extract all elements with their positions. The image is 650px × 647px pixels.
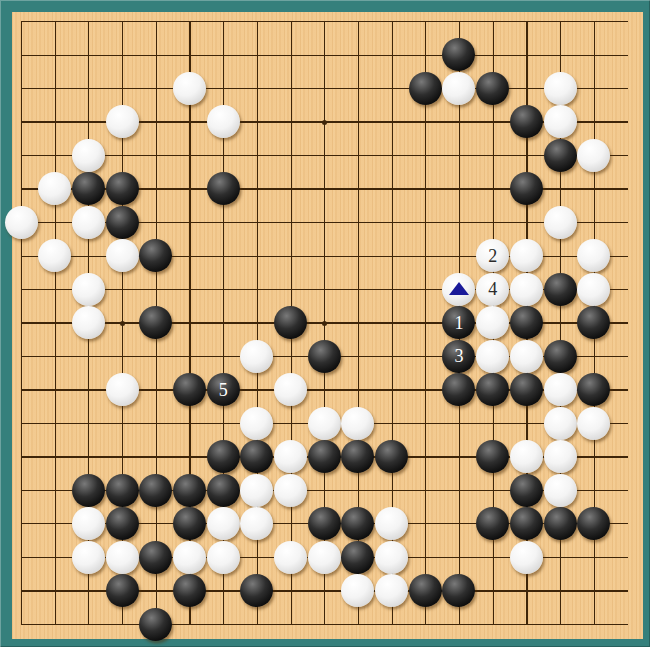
board-cell[interactable] <box>442 607 476 641</box>
board-cell[interactable] <box>543 172 577 206</box>
board-cell[interactable] <box>543 138 577 172</box>
board-cell[interactable] <box>105 607 139 641</box>
board-cell[interactable] <box>577 473 611 507</box>
board-cell[interactable] <box>38 239 72 273</box>
board-cell[interactable] <box>139 473 173 507</box>
board-cell[interactable] <box>375 306 409 340</box>
black-stone[interactable] <box>476 507 509 540</box>
board-cell[interactable] <box>442 105 476 139</box>
board-cell[interactable] <box>105 574 139 608</box>
board-cell[interactable] <box>509 4 543 38</box>
white-stone[interactable] <box>240 340 273 373</box>
board-cell[interactable] <box>206 205 240 239</box>
board-cell[interactable] <box>139 574 173 608</box>
board-cell[interactable] <box>72 473 106 507</box>
board-cell[interactable] <box>307 339 341 373</box>
board-cell[interactable] <box>509 306 543 340</box>
board-cell[interactable] <box>408 306 442 340</box>
board-cell[interactable] <box>476 406 510 440</box>
black-stone[interactable] <box>409 72 442 105</box>
board-cell[interactable] <box>577 71 611 105</box>
board-cell[interactable] <box>240 574 274 608</box>
board-cell[interactable] <box>577 138 611 172</box>
white-stone[interactable] <box>476 306 509 339</box>
white-stone[interactable] <box>375 541 408 574</box>
board-cell[interactable] <box>476 473 510 507</box>
board-cell[interactable] <box>375 473 409 507</box>
board-cell[interactable] <box>442 4 476 38</box>
board-cell[interactable] <box>509 373 543 407</box>
board-cell[interactable] <box>38 306 72 340</box>
white-stone[interactable] <box>106 541 139 574</box>
black-stone[interactable] <box>173 574 206 607</box>
board-cell[interactable] <box>442 272 476 306</box>
board-cell[interactable] <box>375 373 409 407</box>
board-cell[interactable] <box>611 607 645 641</box>
black-stone[interactable] <box>577 507 610 540</box>
board-cell[interactable] <box>509 574 543 608</box>
board-cell[interactable] <box>577 607 611 641</box>
board-cell[interactable] <box>206 574 240 608</box>
board-cell[interactable] <box>577 239 611 273</box>
black-stone[interactable] <box>274 306 307 339</box>
board-cell[interactable] <box>38 373 72 407</box>
board-cell[interactable] <box>274 105 308 139</box>
board-cell[interactable] <box>509 105 543 139</box>
board-cell[interactable] <box>173 574 207 608</box>
board-cell[interactable] <box>72 71 106 105</box>
board-cell[interactable] <box>4 306 38 340</box>
board-cell[interactable] <box>307 239 341 273</box>
white-stone[interactable] <box>207 507 240 540</box>
board-cell[interactable] <box>274 473 308 507</box>
board-cell[interactable] <box>611 306 645 340</box>
board-cell[interactable] <box>442 239 476 273</box>
board-cell[interactable] <box>240 205 274 239</box>
board-cell[interactable] <box>240 440 274 474</box>
board-cell[interactable]: 4 <box>476 272 510 306</box>
board-cell[interactable] <box>240 540 274 574</box>
white-stone[interactable] <box>173 72 206 105</box>
board-cell[interactable] <box>341 440 375 474</box>
board-cell[interactable] <box>240 306 274 340</box>
board-cell[interactable] <box>577 38 611 72</box>
white-stone[interactable] <box>274 373 307 406</box>
board-cell[interactable] <box>4 473 38 507</box>
board-cell[interactable] <box>307 440 341 474</box>
board-cell[interactable] <box>341 239 375 273</box>
board-cell[interactable] <box>274 373 308 407</box>
board-cell[interactable] <box>72 373 106 407</box>
board-cell[interactable] <box>139 239 173 273</box>
board-cell[interactable] <box>274 574 308 608</box>
white-stone[interactable] <box>72 139 105 172</box>
board-cell[interactable] <box>307 473 341 507</box>
board-cell[interactable] <box>408 507 442 541</box>
board-cell[interactable] <box>38 540 72 574</box>
board-cell[interactable] <box>611 373 645 407</box>
board-cell[interactable] <box>543 306 577 340</box>
board-cell[interactable] <box>375 440 409 474</box>
board-cell[interactable] <box>611 239 645 273</box>
black-stone[interactable] <box>476 373 509 406</box>
white-stone[interactable] <box>106 105 139 138</box>
board-cell[interactable] <box>139 272 173 306</box>
board-cell[interactable] <box>577 540 611 574</box>
white-stone[interactable] <box>577 407 610 440</box>
board-cell[interactable] <box>341 473 375 507</box>
board-cell[interactable] <box>509 339 543 373</box>
board-cell[interactable] <box>509 507 543 541</box>
board-cell[interactable] <box>375 205 409 239</box>
board-cell[interactable] <box>442 540 476 574</box>
board-cell[interactable] <box>72 172 106 206</box>
black-stone[interactable] <box>476 72 509 105</box>
board-cell[interactable] <box>375 339 409 373</box>
board-cell[interactable] <box>173 138 207 172</box>
board-cell[interactable] <box>509 172 543 206</box>
board-cell[interactable] <box>509 406 543 440</box>
board-cell[interactable] <box>408 406 442 440</box>
board-cell[interactable] <box>442 172 476 206</box>
black-stone[interactable] <box>442 574 475 607</box>
board-cell[interactable] <box>476 540 510 574</box>
board-cell[interactable] <box>274 38 308 72</box>
white-stone[interactable] <box>442 273 475 306</box>
board-cell[interactable] <box>577 507 611 541</box>
board-cell[interactable] <box>72 607 106 641</box>
board-cell[interactable] <box>577 172 611 206</box>
white-stone[interactable] <box>577 273 610 306</box>
board-cell[interactable] <box>509 71 543 105</box>
board-cell[interactable] <box>206 172 240 206</box>
board-cell[interactable] <box>105 473 139 507</box>
white-stone[interactable] <box>72 507 105 540</box>
white-stone[interactable] <box>72 273 105 306</box>
white-stone[interactable] <box>577 139 610 172</box>
black-stone[interactable] <box>139 474 172 507</box>
board-cell[interactable] <box>274 607 308 641</box>
board-cell[interactable] <box>341 306 375 340</box>
white-stone[interactable] <box>308 407 341 440</box>
white-stone[interactable] <box>38 239 71 272</box>
board-cell[interactable] <box>4 71 38 105</box>
board-cell[interactable] <box>543 105 577 139</box>
board-cell[interactable] <box>509 138 543 172</box>
board-cell[interactable] <box>611 540 645 574</box>
board-cell[interactable] <box>274 4 308 38</box>
board-cell[interactable] <box>105 105 139 139</box>
white-stone[interactable] <box>577 239 610 272</box>
board-cell[interactable] <box>408 540 442 574</box>
board-cell[interactable] <box>105 373 139 407</box>
board-cell[interactable] <box>173 71 207 105</box>
board-cell[interactable] <box>611 105 645 139</box>
board-cell[interactable] <box>38 138 72 172</box>
white-stone[interactable]: 2 <box>476 239 509 272</box>
board-cell[interactable] <box>375 105 409 139</box>
board-cell[interactable] <box>173 105 207 139</box>
board-cell[interactable] <box>442 406 476 440</box>
white-stone[interactable] <box>38 172 71 205</box>
black-stone[interactable] <box>139 608 172 641</box>
board-cell[interactable] <box>408 172 442 206</box>
board-cell[interactable] <box>408 138 442 172</box>
board-cell[interactable] <box>240 272 274 306</box>
board-cell[interactable] <box>173 272 207 306</box>
white-stone[interactable] <box>274 474 307 507</box>
board-cell[interactable] <box>307 38 341 72</box>
board-cell[interactable] <box>274 507 308 541</box>
board-cell[interactable] <box>307 607 341 641</box>
board-cell[interactable] <box>577 440 611 474</box>
board-cell[interactable] <box>476 4 510 38</box>
board-cell[interactable] <box>72 574 106 608</box>
board-cell[interactable] <box>206 105 240 139</box>
board-cell[interactable] <box>72 138 106 172</box>
black-stone[interactable] <box>308 507 341 540</box>
board-cell[interactable] <box>206 4 240 38</box>
board-cell[interactable] <box>543 440 577 474</box>
board-cell[interactable] <box>509 205 543 239</box>
board-cell[interactable] <box>307 507 341 541</box>
board-cell[interactable] <box>375 272 409 306</box>
board-cell[interactable] <box>105 38 139 72</box>
board-cell[interactable] <box>476 71 510 105</box>
board-cell[interactable] <box>442 71 476 105</box>
board-cell[interactable] <box>408 38 442 72</box>
board-cell[interactable] <box>38 406 72 440</box>
board-cell[interactable] <box>543 4 577 38</box>
board-cell[interactable] <box>139 440 173 474</box>
white-stone[interactable] <box>274 440 307 473</box>
black-stone[interactable] <box>106 172 139 205</box>
board-cell[interactable] <box>476 138 510 172</box>
board-cell[interactable] <box>274 205 308 239</box>
board-cell[interactable] <box>274 406 308 440</box>
board-cell[interactable] <box>611 38 645 72</box>
board-cell[interactable] <box>543 239 577 273</box>
board-cell[interactable] <box>72 540 106 574</box>
white-stone[interactable] <box>375 574 408 607</box>
white-stone[interactable] <box>207 105 240 138</box>
board-cell[interactable] <box>509 239 543 273</box>
board-cell[interactable] <box>4 239 38 273</box>
board-cell[interactable] <box>240 607 274 641</box>
board-cell[interactable] <box>139 4 173 38</box>
board-cell[interactable] <box>206 306 240 340</box>
board-cell[interactable] <box>375 138 409 172</box>
board-cell[interactable] <box>408 339 442 373</box>
white-stone[interactable] <box>274 541 307 574</box>
white-stone[interactable] <box>375 507 408 540</box>
white-stone[interactable] <box>544 474 577 507</box>
black-stone[interactable] <box>139 306 172 339</box>
board-cell[interactable] <box>375 71 409 105</box>
board-cell[interactable] <box>274 339 308 373</box>
board-cell[interactable] <box>240 105 274 139</box>
board-cell[interactable] <box>408 239 442 273</box>
board-cell[interactable] <box>105 71 139 105</box>
board-cell[interactable] <box>38 4 72 38</box>
white-stone[interactable] <box>106 373 139 406</box>
board-cell[interactable] <box>274 272 308 306</box>
black-stone[interactable] <box>510 306 543 339</box>
white-stone[interactable] <box>544 407 577 440</box>
white-stone[interactable] <box>510 273 543 306</box>
black-stone[interactable] <box>173 507 206 540</box>
board-cell[interactable] <box>206 339 240 373</box>
board-cell[interactable]: 5 <box>206 373 240 407</box>
black-stone[interactable] <box>341 541 374 574</box>
board-cell[interactable] <box>139 306 173 340</box>
board-cell[interactable] <box>240 239 274 273</box>
board-cell[interactable] <box>139 138 173 172</box>
board-cell[interactable] <box>577 272 611 306</box>
white-stone[interactable]: 4 <box>476 273 509 306</box>
board-cell[interactable] <box>4 507 38 541</box>
board-cell[interactable] <box>375 507 409 541</box>
board-cell[interactable] <box>72 339 106 373</box>
white-stone[interactable] <box>341 407 374 440</box>
board-cell[interactable] <box>274 172 308 206</box>
board-cell[interactable] <box>105 540 139 574</box>
white-stone[interactable] <box>240 474 273 507</box>
board-cell[interactable] <box>206 272 240 306</box>
board-cell[interactable] <box>139 105 173 139</box>
board-cell[interactable] <box>72 38 106 72</box>
board-cell[interactable] <box>4 4 38 38</box>
board-cell[interactable] <box>341 105 375 139</box>
black-stone[interactable] <box>207 440 240 473</box>
board-cell[interactable] <box>206 473 240 507</box>
board-cell[interactable] <box>4 339 38 373</box>
board-cell[interactable] <box>240 4 274 38</box>
board-cell[interactable] <box>341 574 375 608</box>
board-cell[interactable] <box>611 272 645 306</box>
board-cell[interactable] <box>375 239 409 273</box>
black-stone[interactable] <box>442 373 475 406</box>
board-cell[interactable] <box>307 306 341 340</box>
white-stone[interactable] <box>72 206 105 239</box>
board-cell[interactable] <box>274 71 308 105</box>
black-stone[interactable] <box>476 440 509 473</box>
board-cell[interactable] <box>139 373 173 407</box>
board-cell[interactable] <box>442 373 476 407</box>
board-cell[interactable] <box>240 373 274 407</box>
board-cell[interactable] <box>4 406 38 440</box>
board-cell[interactable] <box>307 540 341 574</box>
white-stone[interactable] <box>544 373 577 406</box>
black-stone[interactable] <box>72 172 105 205</box>
board-cell[interactable] <box>206 607 240 641</box>
board-cell[interactable] <box>375 4 409 38</box>
board-cell[interactable] <box>408 473 442 507</box>
board-cell[interactable] <box>577 574 611 608</box>
board-cell[interactable] <box>408 105 442 139</box>
board-cell[interactable] <box>4 574 38 608</box>
white-stone[interactable] <box>72 306 105 339</box>
board-cell[interactable] <box>577 105 611 139</box>
board-cell[interactable] <box>206 38 240 72</box>
board-cell[interactable] <box>38 440 72 474</box>
board-cell[interactable] <box>408 71 442 105</box>
board-cell[interactable] <box>105 138 139 172</box>
board-cell[interactable] <box>509 540 543 574</box>
board-cell[interactable] <box>206 440 240 474</box>
board-cell[interactable] <box>476 339 510 373</box>
board-cell[interactable] <box>408 272 442 306</box>
board-cell[interactable] <box>173 339 207 373</box>
board-cell[interactable] <box>408 205 442 239</box>
white-stone[interactable] <box>544 72 577 105</box>
board-cell[interactable] <box>4 38 38 72</box>
black-stone[interactable] <box>577 373 610 406</box>
board-cell[interactable] <box>408 4 442 38</box>
board-cell[interactable] <box>341 38 375 72</box>
black-stone[interactable] <box>409 574 442 607</box>
board-cell[interactable] <box>240 473 274 507</box>
board-cell[interactable] <box>611 205 645 239</box>
board-cell[interactable] <box>476 205 510 239</box>
board-cell[interactable] <box>139 38 173 72</box>
black-stone[interactable]: 3 <box>442 340 475 373</box>
board-cell[interactable] <box>543 373 577 407</box>
board-cell[interactable] <box>442 38 476 72</box>
white-stone[interactable] <box>72 541 105 574</box>
board-cell[interactable] <box>274 239 308 273</box>
board-cell[interactable] <box>611 339 645 373</box>
black-stone[interactable] <box>510 172 543 205</box>
board-cell[interactable] <box>509 272 543 306</box>
board-cell[interactable] <box>38 172 72 206</box>
board-cell[interactable] <box>476 574 510 608</box>
board-cell[interactable] <box>206 71 240 105</box>
board-cell[interactable] <box>173 406 207 440</box>
board-cell[interactable] <box>509 440 543 474</box>
board-cell[interactable] <box>139 607 173 641</box>
board-cell[interactable] <box>543 205 577 239</box>
board-cell[interactable] <box>139 507 173 541</box>
board-cell[interactable] <box>611 473 645 507</box>
board-cell[interactable] <box>341 406 375 440</box>
white-stone[interactable] <box>173 541 206 574</box>
board-cell[interactable] <box>139 71 173 105</box>
board-cell[interactable] <box>105 239 139 273</box>
board-cell[interactable]: 3 <box>442 339 476 373</box>
black-stone[interactable]: 1 <box>442 306 475 339</box>
board-cell[interactable] <box>476 373 510 407</box>
board-cell[interactable] <box>375 574 409 608</box>
board-cell[interactable] <box>577 373 611 407</box>
board-cell[interactable] <box>577 339 611 373</box>
black-stone[interactable] <box>139 239 172 272</box>
board-cell[interactable] <box>408 607 442 641</box>
board-cell[interactable] <box>307 172 341 206</box>
board-cell[interactable] <box>72 4 106 38</box>
black-stone[interactable] <box>72 474 105 507</box>
black-stone[interactable] <box>240 440 273 473</box>
board-cell[interactable] <box>577 406 611 440</box>
board-cell[interactable] <box>543 473 577 507</box>
white-stone[interactable] <box>510 239 543 272</box>
board-cell[interactable] <box>543 272 577 306</box>
board-cell[interactable] <box>206 239 240 273</box>
board-cell[interactable] <box>206 507 240 541</box>
board-cell[interactable] <box>72 239 106 273</box>
board-cell[interactable] <box>611 4 645 38</box>
board-cell[interactable] <box>240 138 274 172</box>
